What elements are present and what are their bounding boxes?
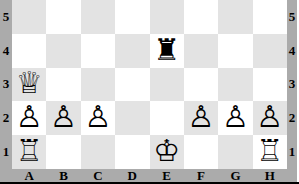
file-label-a: A <box>12 169 46 182</box>
square-b1[interactable] <box>46 135 80 169</box>
square-b2[interactable]: ♙ <box>46 101 80 135</box>
white-pawn-piece: ♙ <box>222 102 249 132</box>
square-c2[interactable]: ♙ <box>81 101 115 135</box>
square-g2[interactable]: ♙ <box>218 101 252 135</box>
white-king-piece: ♔ <box>153 136 180 166</box>
square-b5[interactable] <box>46 0 80 34</box>
rank-border-left: 54321 <box>0 0 12 169</box>
white-pawn-piece: ♙ <box>188 102 215 132</box>
file-label-f: F <box>184 169 218 182</box>
square-f4[interactable] <box>184 34 218 68</box>
white-queen-piece: ♕ <box>16 68 43 98</box>
white-pawn-piece: ♙ <box>256 102 283 132</box>
square-c4[interactable] <box>81 34 115 68</box>
square-e4[interactable]: ♜ <box>150 34 184 68</box>
file-label-g: G <box>218 169 252 182</box>
rank-label-1-left: 1 <box>0 135 12 169</box>
square-a5[interactable] <box>12 0 46 34</box>
rank-label-3-right: 3 <box>287 68 297 102</box>
chess-board: ♜♕♙♙♙♙♙♙♖♔♖ <box>12 0 287 169</box>
white-rook-piece: ♖ <box>16 136 43 166</box>
square-f2[interactable]: ♙ <box>184 101 218 135</box>
square-h4[interactable] <box>253 34 287 68</box>
rank-label-5-right: 5 <box>287 0 297 34</box>
square-e5[interactable] <box>150 0 184 34</box>
square-g3[interactable] <box>218 68 252 102</box>
square-a2[interactable]: ♙ <box>12 101 46 135</box>
square-d4[interactable] <box>115 34 149 68</box>
square-g1[interactable] <box>218 135 252 169</box>
square-h3[interactable] <box>253 68 287 102</box>
white-rook-piece: ♖ <box>256 136 283 166</box>
square-f1[interactable] <box>184 135 218 169</box>
file-label-b: B <box>46 169 80 182</box>
bottom-edge-line <box>0 182 299 184</box>
square-c3[interactable] <box>81 68 115 102</box>
rank-label-3-left: 3 <box>0 68 12 102</box>
square-h5[interactable] <box>253 0 287 34</box>
square-b3[interactable] <box>46 68 80 102</box>
square-d5[interactable] <box>115 0 149 34</box>
black-rook-piece: ♜ <box>153 35 180 65</box>
rank-label-4-right: 4 <box>287 34 297 68</box>
square-h2[interactable]: ♙ <box>253 101 287 135</box>
square-f5[interactable] <box>184 0 218 34</box>
file-labels-row: ABCDEFGH <box>12 169 287 182</box>
square-e2[interactable] <box>150 101 184 135</box>
rank-label-5-left: 5 <box>0 0 12 34</box>
square-g5[interactable] <box>218 0 252 34</box>
rank-label-1-right: 1 <box>287 135 297 169</box>
square-a1[interactable]: ♖ <box>12 135 46 169</box>
square-f3[interactable] <box>184 68 218 102</box>
square-e1[interactable]: ♔ <box>150 135 184 169</box>
file-label-c: C <box>81 169 115 182</box>
square-c5[interactable] <box>81 0 115 34</box>
square-e3[interactable] <box>150 68 184 102</box>
square-b4[interactable] <box>46 34 80 68</box>
file-label-e: E <box>150 169 184 182</box>
chess-diagram: 54321 54321 ♜♕♙♙♙♙♙♙♖♔♖ ABCDEFGH <box>0 0 299 184</box>
white-pawn-piece: ♙ <box>50 102 77 132</box>
square-h1[interactable]: ♖ <box>253 135 287 169</box>
square-d1[interactable] <box>115 135 149 169</box>
square-a4[interactable] <box>12 34 46 68</box>
square-g4[interactable] <box>218 34 252 68</box>
square-a3[interactable]: ♕ <box>12 68 46 102</box>
rank-label-4-left: 4 <box>0 34 12 68</box>
rank-border-right: 54321 <box>287 0 297 169</box>
square-d3[interactable] <box>115 68 149 102</box>
right-edge-gap <box>297 0 299 182</box>
file-label-d: D <box>115 169 149 182</box>
white-pawn-piece: ♙ <box>84 102 111 132</box>
square-c1[interactable] <box>81 135 115 169</box>
rank-label-2-left: 2 <box>0 101 12 135</box>
white-pawn-piece: ♙ <box>16 102 43 132</box>
rank-label-2-right: 2 <box>287 101 297 135</box>
square-d2[interactable] <box>115 101 149 135</box>
file-label-h: H <box>253 169 287 182</box>
